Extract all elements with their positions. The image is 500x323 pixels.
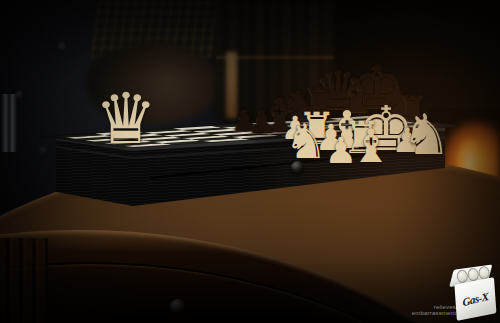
gasx-pack-front: Gas-X	[454, 277, 496, 321]
white-knight-piece[interactable]: ♞	[401, 107, 451, 163]
pieces-layer: ♛♟♟♝♞♜♛♝♚♞♜♟♜♞♟♝♟♜♚♝♟♞	[0, 0, 500, 323]
gasx-brand-logo: Gas-X	[455, 288, 496, 310]
white-knight-piece[interactable]: ♞	[284, 117, 327, 165]
white-pawn-piece[interactable]: ♟	[325, 133, 357, 169]
white-queen-piece[interactable]: ♛	[95, 84, 158, 154]
black-pawn-piece[interactable]: ♟	[248, 106, 277, 138]
scene: ♛♟♟♝♞♜♛♝♚♞♜♟♜♞♟♝♟♜♚♝♟♞ Gas-X relieves em…	[0, 0, 500, 323]
ad-tagline: relieves embarrassment	[396, 304, 456, 316]
